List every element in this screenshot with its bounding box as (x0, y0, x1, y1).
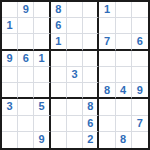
sudoku-cell-r6c1[interactable] (2, 83, 18, 99)
sudoku-cell-r6c3[interactable] (34, 83, 50, 99)
sudoku-cell-r6c9[interactable]: 9 (132, 83, 148, 99)
sudoku-cell-r3c3[interactable] (34, 34, 50, 50)
sudoku-cell-r1c5[interactable] (67, 2, 83, 18)
sudoku-cell-r1c3[interactable] (34, 2, 50, 18)
sudoku-cell-r3c7[interactable]: 7 (99, 34, 115, 50)
sudoku-cell-r5c6[interactable] (83, 67, 99, 83)
sudoku-cell-r4c2[interactable]: 6 (18, 51, 34, 67)
sudoku-cell-r3c4[interactable]: 1 (51, 34, 67, 50)
sudoku-cell-r5c1[interactable] (2, 67, 18, 83)
sudoku-cell-r7c7[interactable] (99, 99, 115, 115)
sudoku-cell-r8c8[interactable] (116, 116, 132, 132)
sudoku-cell-r6c8[interactable]: 4 (116, 83, 132, 99)
sudoku-cell-r6c4[interactable] (51, 83, 67, 99)
sudoku-cell-r4c1[interactable]: 9 (2, 51, 18, 67)
sudoku-cell-r9c2[interactable] (18, 132, 34, 148)
sudoku-cell-r9c8[interactable]: 8 (116, 132, 132, 148)
sudoku-cell-r1c2[interactable]: 9 (18, 2, 34, 18)
sudoku-cell-r7c8[interactable] (116, 99, 132, 115)
sudoku-cell-r2c8[interactable] (116, 18, 132, 34)
sudoku-cell-r8c6[interactable]: 6 (83, 116, 99, 132)
sudoku-cell-r4c5[interactable] (67, 51, 83, 67)
sudoku-cell-r4c3[interactable]: 1 (34, 51, 50, 67)
sudoku-cell-r8c1[interactable] (2, 116, 18, 132)
sudoku-cell-r1c6[interactable] (83, 2, 99, 18)
sudoku-cell-r7c9[interactable] (132, 99, 148, 115)
sudoku-cell-r5c9[interactable] (132, 67, 148, 83)
sudoku-cell-r3c2[interactable] (18, 34, 34, 50)
sudoku-cell-r4c9[interactable] (132, 51, 148, 67)
sudoku-cell-r2c6[interactable] (83, 18, 99, 34)
sudoku-cell-r7c6[interactable]: 8 (83, 99, 99, 115)
sudoku-cell-r8c5[interactable] (67, 116, 83, 132)
sudoku-cell-r9c9[interactable] (132, 132, 148, 148)
sudoku-cell-r5c3[interactable] (34, 67, 50, 83)
sudoku-cell-r9c6[interactable]: 2 (83, 132, 99, 148)
sudoku-cell-r8c2[interactable] (18, 116, 34, 132)
sudoku-cell-r4c4[interactable] (51, 51, 67, 67)
sudoku-cell-r4c7[interactable] (99, 51, 115, 67)
sudoku-cell-r8c3[interactable] (34, 116, 50, 132)
sudoku-board: 98116176961384935867928 (0, 0, 150, 150)
sudoku-cell-r6c6[interactable] (83, 83, 99, 99)
sudoku-cell-r3c5[interactable] (67, 34, 83, 50)
sudoku-cell-r5c7[interactable] (99, 67, 115, 83)
sudoku-cell-r2c9[interactable] (132, 18, 148, 34)
sudoku-cell-r6c7[interactable]: 8 (99, 83, 115, 99)
sudoku-cell-r5c4[interactable] (51, 67, 67, 83)
sudoku-cell-r8c7[interactable] (99, 116, 115, 132)
sudoku-cell-r3c8[interactable] (116, 34, 132, 50)
sudoku-cell-r9c5[interactable] (67, 132, 83, 148)
sudoku-cell-r4c6[interactable] (83, 51, 99, 67)
sudoku-cell-r1c8[interactable] (116, 2, 132, 18)
sudoku-cell-r5c8[interactable] (116, 67, 132, 83)
sudoku-cell-r2c2[interactable] (18, 18, 34, 34)
sudoku-cell-r9c7[interactable] (99, 132, 115, 148)
sudoku-cell-r2c5[interactable] (67, 18, 83, 34)
sudoku-cell-r9c3[interactable]: 9 (34, 132, 50, 148)
sudoku-cell-r1c9[interactable] (132, 2, 148, 18)
sudoku-cell-r1c4[interactable]: 8 (51, 2, 67, 18)
sudoku-cell-r8c9[interactable]: 7 (132, 116, 148, 132)
sudoku-cell-r9c4[interactable] (51, 132, 67, 148)
sudoku-cell-r2c7[interactable] (99, 18, 115, 34)
sudoku-cell-r7c1[interactable]: 3 (2, 99, 18, 115)
sudoku-cell-r7c2[interactable] (18, 99, 34, 115)
sudoku-cell-r3c6[interactable] (83, 34, 99, 50)
sudoku-cell-r6c5[interactable] (67, 83, 83, 99)
sudoku-cell-r2c4[interactable]: 6 (51, 18, 67, 34)
sudoku-cell-r4c8[interactable] (116, 51, 132, 67)
sudoku-cell-r8c4[interactable] (51, 116, 67, 132)
sudoku-cell-r2c3[interactable] (34, 18, 50, 34)
sudoku-cell-r9c1[interactable] (2, 132, 18, 148)
sudoku-cell-r1c7[interactable]: 1 (99, 2, 115, 18)
sudoku-cell-r2c1[interactable]: 1 (2, 18, 18, 34)
sudoku-cell-r7c4[interactable] (51, 99, 67, 115)
sudoku-cell-r6c2[interactable] (18, 83, 34, 99)
sudoku-cell-r5c5[interactable]: 3 (67, 67, 83, 83)
sudoku-cell-r7c5[interactable] (67, 99, 83, 115)
sudoku-cell-r3c1[interactable] (2, 34, 18, 50)
sudoku-cell-r3c9[interactable]: 6 (132, 34, 148, 50)
sudoku-cell-r1c1[interactable] (2, 2, 18, 18)
sudoku-cell-r7c3[interactable]: 5 (34, 99, 50, 115)
sudoku-cell-r5c2[interactable] (18, 67, 34, 83)
